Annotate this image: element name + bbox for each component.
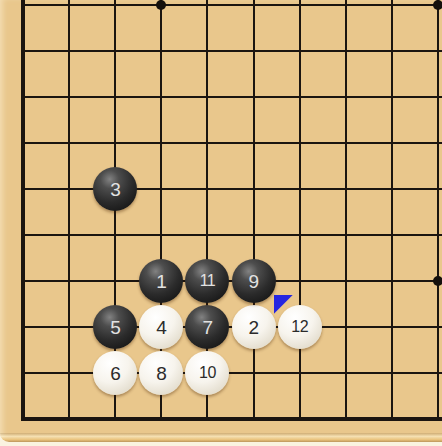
move-number-label: 12: [291, 319, 308, 335]
stone-black-5[interactable]: 5: [93, 305, 137, 349]
vertical-line: [391, 0, 393, 421]
move-number-label: 6: [110, 364, 120, 383]
move-number-label: 5: [110, 318, 120, 337]
move-number-label: 4: [156, 318, 166, 337]
stone-black-3[interactable]: 3: [93, 167, 137, 211]
horizontal-line: [21, 50, 442, 52]
vertical-line: [68, 0, 70, 421]
go-diagram: 123456789101112: [0, 0, 442, 446]
move-number-label: 3: [110, 180, 120, 199]
star-point-K4: [433, 276, 442, 286]
stone-white-2[interactable]: 2: [232, 305, 276, 349]
move-number-label: 2: [249, 318, 259, 337]
board-left-edge-line: [21, 0, 25, 421]
stone-white-12[interactable]: 12: [278, 305, 322, 349]
stone-black-1[interactable]: 1: [139, 259, 183, 303]
move-number-label: 11: [200, 273, 216, 289]
stone-black-7[interactable]: 7: [185, 305, 229, 349]
move-number-label: 1: [156, 272, 166, 291]
vertical-line: [437, 0, 439, 421]
vertical-line: [345, 0, 347, 421]
stone-black-11[interactable]: 11: [185, 259, 229, 303]
stone-white-8[interactable]: 8: [139, 351, 183, 395]
board-bottom-bevel: [0, 433, 442, 442]
move-number-label: 7: [202, 318, 212, 337]
horizontal-line: [21, 4, 442, 6]
horizontal-line: [21, 188, 442, 190]
stone-black-9[interactable]: 9: [232, 259, 276, 303]
stone-white-4[interactable]: 4: [139, 305, 183, 349]
stone-white-10[interactable]: 10: [185, 351, 229, 395]
vertical-line: [299, 0, 301, 421]
move-number-label: 8: [156, 364, 166, 383]
horizontal-line: [21, 142, 442, 144]
star-point-D10: [156, 0, 166, 10]
board-bottom-edge-line: [21, 417, 442, 421]
move-number-label: 9: [249, 272, 259, 291]
move-number-label: 10: [199, 365, 216, 381]
horizontal-line: [21, 96, 442, 98]
stone-white-6[interactable]: 6: [93, 351, 137, 395]
go-board[interactable]: 123456789101112: [0, 0, 442, 442]
vertical-line: [253, 0, 255, 421]
star-point-K10: [433, 0, 442, 10]
horizontal-line: [21, 234, 442, 236]
horizontal-line: [21, 372, 442, 374]
